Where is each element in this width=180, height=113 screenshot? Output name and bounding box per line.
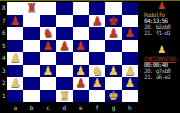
square-a3[interactable]	[7, 65, 23, 78]
square-b2[interactable]	[23, 77, 39, 90]
white-pawn-f2[interactable]: ♟	[92, 77, 103, 89]
black-pawn-g6[interactable]: ♟	[108, 27, 119, 39]
square-g3[interactable]: ♟	[105, 65, 121, 78]
white-pawn-h2[interactable]: ♟	[124, 77, 135, 89]
square-h1[interactable]	[122, 90, 138, 103]
rank-label-3: 3	[0, 65, 7, 78]
square-d4[interactable]	[56, 52, 72, 65]
white-move-line-2: 21. a6-e2	[144, 74, 180, 80]
square-g6[interactable]: ♟	[105, 27, 121, 40]
square-d3[interactable]	[56, 65, 72, 78]
square-b7[interactable]	[23, 15, 39, 28]
rank-label-7: 7	[0, 15, 7, 28]
square-f3[interactable]: ♞	[89, 65, 105, 78]
square-c4[interactable]	[40, 52, 56, 65]
square-b5[interactable]	[23, 40, 39, 53]
file-labels: abcdefgh	[7, 104, 138, 112]
black-pawn-f7[interactable]: ♟	[92, 15, 103, 27]
file-label-h: h	[122, 104, 138, 112]
square-c7[interactable]	[40, 15, 56, 28]
square-c2[interactable]	[40, 77, 56, 90]
square-a4[interactable]: ♟	[7, 52, 23, 65]
square-f1[interactable]	[89, 90, 105, 103]
square-g2[interactable]	[105, 77, 121, 90]
square-b4[interactable]	[23, 52, 39, 65]
white-knight-f3[interactable]: ♞	[92, 65, 103, 77]
square-a5[interactable]	[7, 40, 23, 53]
square-h3[interactable]: ♟	[122, 65, 138, 78]
square-d5[interactable]: ♟	[56, 40, 72, 53]
white-pawn-h3[interactable]: ♟	[124, 65, 135, 77]
black-pawn-a7[interactable]: ♟	[10, 15, 21, 27]
info-panel: ♟ Rodolfo 04:13:56 20. b2xb8 21. f1-d1 ♟…	[144, 1, 180, 80]
file-label-b: b	[23, 104, 39, 112]
square-a8[interactable]	[7, 2, 23, 15]
square-e4[interactable]	[73, 52, 89, 65]
square-h5[interactable]	[122, 40, 138, 53]
square-f2[interactable]: ♟	[89, 77, 105, 90]
white-pawn-c3[interactable]: ♟	[43, 65, 54, 77]
square-c8[interactable]	[40, 2, 56, 15]
square-c1[interactable]	[40, 90, 56, 103]
square-b1[interactable]	[23, 90, 39, 103]
black-rook-b8[interactable]: ♜	[26, 2, 37, 14]
square-a7[interactable]: ♟	[7, 15, 23, 28]
square-c6[interactable]: ♞	[40, 27, 56, 40]
square-e2[interactable]: ♟	[73, 77, 89, 90]
file-label-g: g	[105, 104, 121, 112]
square-e5[interactable]: ♟	[73, 40, 89, 53]
square-c5[interactable]: ♟	[40, 40, 56, 53]
file-label-e: e	[73, 104, 89, 112]
square-a2[interactable]: ♟	[7, 77, 23, 90]
rank-label-1: 1	[0, 90, 7, 103]
file-label-a: a	[7, 104, 23, 112]
square-f6[interactable]	[89, 27, 105, 40]
black-knight-c6[interactable]: ♞	[43, 27, 54, 39]
square-h7[interactable]	[122, 15, 138, 28]
square-e3[interactable]: ♟	[73, 65, 89, 78]
white-rook-d1[interactable]: ♜	[59, 90, 70, 102]
chess-board[interactable]: ♜♟♟♚♞♟♟♟♟♟♟♟♟♞♟♟♟♟♟♟♜♚	[7, 2, 138, 102]
black-pawn-d5[interactable]: ♟	[59, 40, 70, 52]
square-f8[interactable]	[89, 2, 105, 15]
square-d8[interactable]	[56, 2, 72, 15]
file-label-f: f	[89, 104, 105, 112]
file-label-c: c	[40, 104, 56, 112]
rank-label-2: 2	[0, 77, 7, 90]
rank-label-8: 8	[0, 2, 7, 15]
white-pawn-icon: ♟	[144, 45, 180, 55]
square-g4[interactable]	[105, 52, 121, 65]
black-king-g7[interactable]: ♚	[108, 15, 119, 27]
square-h4[interactable]	[122, 52, 138, 65]
square-d2[interactable]	[56, 77, 72, 90]
square-h8[interactable]	[122, 2, 138, 15]
square-e6[interactable]	[73, 27, 89, 40]
square-g7[interactable]: ♚	[105, 15, 121, 28]
square-e1[interactable]	[73, 90, 89, 103]
square-g1[interactable]: ♚	[105, 90, 121, 103]
square-d1[interactable]: ♜	[56, 90, 72, 103]
square-b3[interactable]	[23, 65, 39, 78]
square-g5[interactable]	[105, 40, 121, 53]
square-e7[interactable]	[73, 15, 89, 28]
white-pawn-a4[interactable]: ♟	[10, 52, 21, 64]
black-pawn-h6[interactable]: ♟	[124, 27, 135, 39]
white-king-g1[interactable]: ♚	[108, 90, 119, 102]
square-d7[interactable]	[56, 15, 72, 28]
white-pawn-e3[interactable]: ♟	[75, 65, 86, 77]
file-label-d: d	[56, 104, 72, 112]
black-pawn-e2[interactable]: ♟	[75, 77, 86, 89]
square-e8[interactable]	[73, 2, 89, 15]
rank-label-4: 4	[0, 52, 7, 65]
white-pawn-g3[interactable]: ♟	[108, 65, 119, 77]
square-f7[interactable]: ♟	[89, 15, 105, 28]
square-f4[interactable]	[89, 52, 105, 65]
black-pawn-icon: ♟	[144, 1, 180, 11]
square-f5[interactable]	[89, 40, 105, 53]
square-a1[interactable]	[7, 90, 23, 103]
black-pawn-c5[interactable]: ♟	[43, 40, 54, 52]
rank-label-6: 6	[0, 27, 7, 40]
chess-program-screen: 87654321 ♜♟♟♚♞♟♟♟♟♟♟♟♟♞♟♟♟♟♟♟♜♚ abcdefgh…	[0, 0, 180, 113]
square-d6[interactable]	[56, 27, 72, 40]
square-h2[interactable]: ♟	[122, 77, 138, 90]
square-c3[interactable]: ♟	[40, 65, 56, 78]
square-b6[interactable]	[23, 27, 39, 40]
white-pawn-a2[interactable]: ♟	[10, 77, 21, 89]
rank-label-5: 5	[0, 40, 7, 53]
square-b8[interactable]: ♜	[23, 2, 39, 15]
black-pawn-e5[interactable]: ♟	[75, 40, 86, 52]
square-h6[interactable]: ♟	[122, 27, 138, 40]
rank-labels: 87654321	[0, 2, 7, 102]
square-a6[interactable]	[7, 27, 23, 40]
square-g8[interactable]	[105, 2, 121, 15]
